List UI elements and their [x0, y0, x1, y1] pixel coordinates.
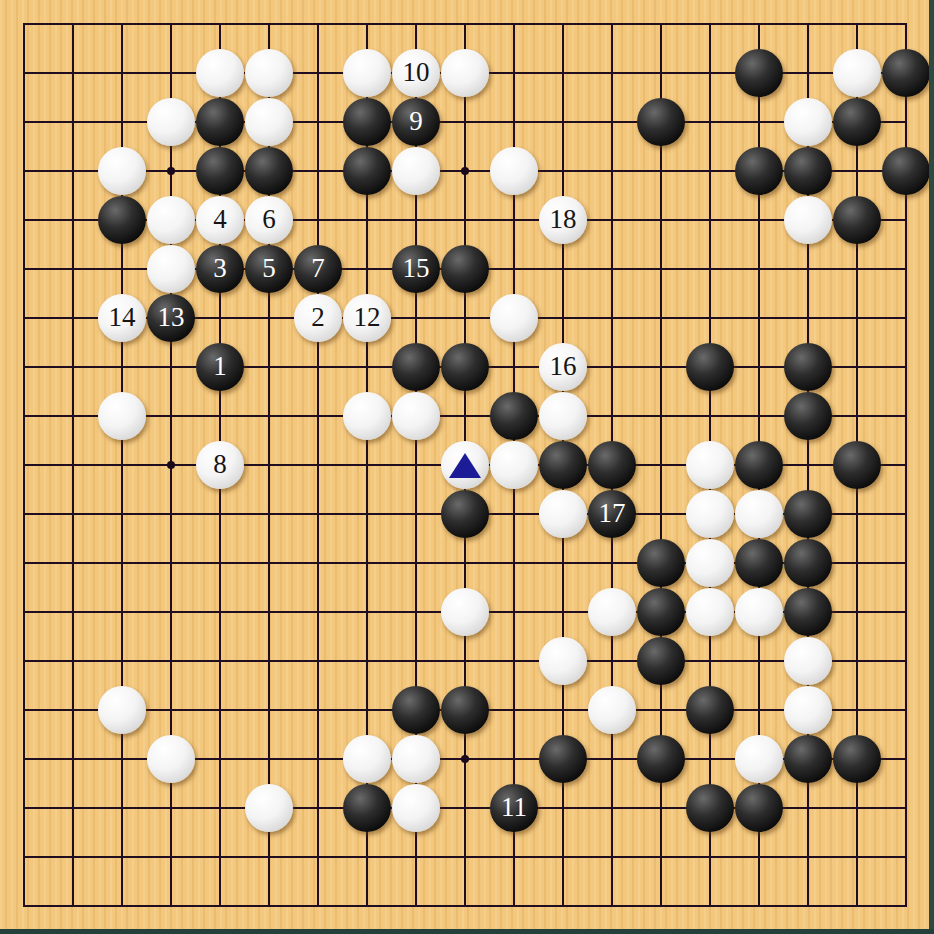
black-stone[interactable] [343, 147, 391, 195]
white-stone[interactable] [343, 735, 391, 783]
black-stone[interactable] [784, 392, 832, 440]
black-stone[interactable] [686, 343, 734, 391]
black-stone[interactable] [441, 686, 489, 734]
black-stone[interactable] [392, 686, 440, 734]
white-stone[interactable] [392, 784, 440, 832]
grid-line-horizontal [23, 905, 907, 907]
white-stone[interactable] [98, 294, 146, 342]
star-point [167, 461, 175, 469]
white-stone[interactable] [686, 539, 734, 587]
white-stone[interactable] [735, 735, 783, 783]
black-stone[interactable] [784, 735, 832, 783]
black-stone[interactable] [735, 49, 783, 97]
white-stone[interactable] [539, 490, 587, 538]
white-stone[interactable] [98, 686, 146, 734]
white-stone[interactable] [686, 490, 734, 538]
black-stone[interactable] [637, 637, 685, 685]
black-stone[interactable] [686, 784, 734, 832]
star-point [167, 167, 175, 175]
white-stone[interactable] [147, 245, 195, 293]
black-stone[interactable] [196, 343, 244, 391]
white-stone[interactable] [539, 392, 587, 440]
black-stone[interactable] [882, 49, 930, 97]
white-stone[interactable] [98, 147, 146, 195]
white-stone[interactable] [343, 392, 391, 440]
black-stone[interactable] [539, 735, 587, 783]
white-stone[interactable] [588, 686, 636, 734]
white-stone[interactable] [245, 49, 293, 97]
white-stone[interactable] [490, 147, 538, 195]
go-diagram: 123456789101112131415161718 [0, 0, 934, 934]
black-stone[interactable] [441, 490, 489, 538]
white-stone[interactable] [735, 588, 783, 636]
white-stone[interactable] [245, 98, 293, 146]
black-stone[interactable] [441, 343, 489, 391]
white-stone[interactable] [735, 490, 783, 538]
black-stone[interactable] [637, 539, 685, 587]
white-stone[interactable] [196, 196, 244, 244]
board-edge-right [929, 0, 934, 934]
black-stone[interactable] [196, 98, 244, 146]
grid-line-horizontal [23, 660, 907, 662]
black-stone[interactable] [245, 147, 293, 195]
white-stone[interactable] [539, 343, 587, 391]
white-stone[interactable] [392, 49, 440, 97]
black-stone[interactable] [784, 147, 832, 195]
black-stone[interactable] [196, 245, 244, 293]
black-stone[interactable] [147, 294, 195, 342]
black-stone[interactable] [392, 343, 440, 391]
black-stone[interactable] [637, 98, 685, 146]
go-board[interactable]: 123456789101112131415161718 [0, 0, 934, 934]
white-stone[interactable] [441, 49, 489, 97]
black-stone[interactable] [490, 392, 538, 440]
white-stone[interactable] [196, 441, 244, 489]
white-stone[interactable] [539, 637, 587, 685]
white-stone[interactable] [294, 294, 342, 342]
white-stone[interactable] [245, 784, 293, 832]
white-stone[interactable] [147, 98, 195, 146]
black-stone[interactable] [784, 490, 832, 538]
white-stone[interactable] [833, 49, 881, 97]
white-stone[interactable] [147, 735, 195, 783]
white-stone[interactable] [490, 441, 538, 489]
black-stone[interactable] [392, 98, 440, 146]
white-stone[interactable] [686, 441, 734, 489]
black-stone[interactable] [294, 245, 342, 293]
white-stone[interactable] [196, 49, 244, 97]
white-stone[interactable] [490, 294, 538, 342]
black-stone[interactable] [833, 735, 881, 783]
star-point [461, 755, 469, 763]
black-stone[interactable] [392, 245, 440, 293]
black-stone[interactable] [539, 441, 587, 489]
black-stone[interactable] [833, 441, 881, 489]
white-stone[interactable] [147, 196, 195, 244]
white-stone[interactable] [686, 588, 734, 636]
white-stone[interactable] [98, 392, 146, 440]
star-point [461, 167, 469, 175]
white-stone[interactable] [588, 588, 636, 636]
black-stone[interactable] [245, 245, 293, 293]
white-stone[interactable] [343, 294, 391, 342]
white-stone[interactable] [441, 588, 489, 636]
black-stone[interactable] [588, 441, 636, 489]
black-stone[interactable] [735, 147, 783, 195]
black-stone[interactable] [735, 539, 783, 587]
black-stone[interactable] [98, 196, 146, 244]
board-edge-bottom [0, 929, 934, 934]
black-stone[interactable] [686, 686, 734, 734]
black-stone[interactable] [735, 441, 783, 489]
black-stone[interactable] [490, 784, 538, 832]
black-stone[interactable] [784, 343, 832, 391]
black-stone[interactable] [784, 588, 832, 636]
white-stone[interactable] [392, 147, 440, 195]
black-stone[interactable] [588, 490, 636, 538]
triangle-marker [449, 453, 481, 478]
black-stone[interactable] [637, 735, 685, 783]
grid-line-horizontal [23, 856, 907, 858]
white-stone[interactable] [784, 98, 832, 146]
black-stone[interactable] [196, 147, 244, 195]
white-stone[interactable] [392, 392, 440, 440]
white-stone[interactable] [343, 49, 391, 97]
white-stone[interactable] [784, 637, 832, 685]
black-stone[interactable] [882, 147, 930, 195]
black-stone[interactable] [735, 784, 783, 832]
white-stone[interactable] [539, 196, 587, 244]
white-stone[interactable] [784, 196, 832, 244]
black-stone[interactable] [343, 784, 391, 832]
black-stone[interactable] [833, 98, 881, 146]
black-stone[interactable] [637, 588, 685, 636]
black-stone[interactable] [343, 98, 391, 146]
black-stone[interactable] [833, 196, 881, 244]
black-stone[interactable] [441, 245, 489, 293]
white-stone[interactable] [392, 735, 440, 783]
white-stone[interactable] [784, 686, 832, 734]
white-stone[interactable] [245, 196, 293, 244]
black-stone[interactable] [784, 539, 832, 587]
